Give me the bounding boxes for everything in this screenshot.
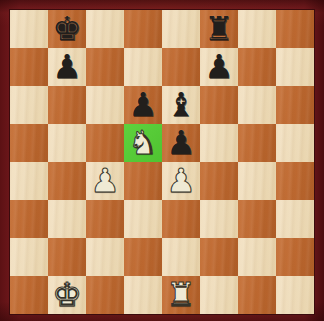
square-b8[interactable]: ♚ xyxy=(48,10,86,48)
square-g3[interactable] xyxy=(238,200,276,238)
black-pawn[interactable]: ♟ xyxy=(52,48,82,86)
square-e2[interactable] xyxy=(162,238,200,276)
black-king[interactable]: ♚ xyxy=(52,10,82,48)
square-g1[interactable] xyxy=(238,276,276,314)
square-h8[interactable] xyxy=(276,10,314,48)
square-a7[interactable] xyxy=(10,48,48,86)
black-rook[interactable]: ♜ xyxy=(204,10,234,48)
square-e5[interactable]: ♟ xyxy=(162,124,200,162)
square-b5[interactable] xyxy=(48,124,86,162)
square-h3[interactable] xyxy=(276,200,314,238)
white-rook[interactable]: ♜ xyxy=(166,276,196,314)
black-pawn[interactable]: ♟ xyxy=(166,124,196,162)
square-b7[interactable]: ♟ xyxy=(48,48,86,86)
square-c3[interactable] xyxy=(86,200,124,238)
square-h6[interactable] xyxy=(276,86,314,124)
square-h5[interactable] xyxy=(276,124,314,162)
square-g4[interactable] xyxy=(238,162,276,200)
square-b4[interactable] xyxy=(48,162,86,200)
square-c5[interactable] xyxy=(86,124,124,162)
black-bishop[interactable]: ♝ xyxy=(166,86,196,124)
square-f1[interactable] xyxy=(200,276,238,314)
square-c4[interactable]: ♟ xyxy=(86,162,124,200)
square-h7[interactable] xyxy=(276,48,314,86)
square-f6[interactable] xyxy=(200,86,238,124)
square-f3[interactable] xyxy=(200,200,238,238)
square-e3[interactable] xyxy=(162,200,200,238)
square-h4[interactable] xyxy=(276,162,314,200)
square-e1[interactable]: ♜ xyxy=(162,276,200,314)
square-d2[interactable] xyxy=(124,238,162,276)
square-d5[interactable]: ♞ xyxy=(124,124,162,162)
square-d6[interactable]: ♟ xyxy=(124,86,162,124)
square-h1[interactable] xyxy=(276,276,314,314)
square-b6[interactable] xyxy=(48,86,86,124)
square-b2[interactable] xyxy=(48,238,86,276)
square-g6[interactable] xyxy=(238,86,276,124)
square-f2[interactable] xyxy=(200,238,238,276)
square-b1[interactable]: ♚ xyxy=(48,276,86,314)
square-a3[interactable] xyxy=(10,200,48,238)
square-d4[interactable] xyxy=(124,162,162,200)
white-pawn[interactable]: ♟ xyxy=(90,162,120,200)
square-e7[interactable] xyxy=(162,48,200,86)
square-f7[interactable]: ♟ xyxy=(200,48,238,86)
black-pawn[interactable]: ♟ xyxy=(204,48,234,86)
chess-board-frame: ♚♜♟♟♟♝♞♟♟♟♚♜ xyxy=(0,0,324,321)
square-a4[interactable] xyxy=(10,162,48,200)
white-knight[interactable]: ♞ xyxy=(128,124,158,162)
square-g2[interactable] xyxy=(238,238,276,276)
square-f5[interactable] xyxy=(200,124,238,162)
square-h2[interactable] xyxy=(276,238,314,276)
square-b3[interactable] xyxy=(48,200,86,238)
square-a8[interactable] xyxy=(10,10,48,48)
square-g7[interactable] xyxy=(238,48,276,86)
square-g5[interactable] xyxy=(238,124,276,162)
square-c6[interactable] xyxy=(86,86,124,124)
square-g8[interactable] xyxy=(238,10,276,48)
square-a6[interactable] xyxy=(10,86,48,124)
square-f8[interactable]: ♜ xyxy=(200,10,238,48)
square-d3[interactable] xyxy=(124,200,162,238)
square-a5[interactable] xyxy=(10,124,48,162)
square-c2[interactable] xyxy=(86,238,124,276)
white-pawn[interactable]: ♟ xyxy=(166,162,196,200)
square-d8[interactable] xyxy=(124,10,162,48)
square-e8[interactable] xyxy=(162,10,200,48)
square-e6[interactable]: ♝ xyxy=(162,86,200,124)
square-c7[interactable] xyxy=(86,48,124,86)
square-a2[interactable] xyxy=(10,238,48,276)
square-c1[interactable] xyxy=(86,276,124,314)
chess-board: ♚♜♟♟♟♝♞♟♟♟♚♜ xyxy=(10,10,314,314)
square-d1[interactable] xyxy=(124,276,162,314)
square-e4[interactable]: ♟ xyxy=(162,162,200,200)
black-pawn[interactable]: ♟ xyxy=(128,86,158,124)
square-c8[interactable] xyxy=(86,10,124,48)
square-d7[interactable] xyxy=(124,48,162,86)
square-f4[interactable] xyxy=(200,162,238,200)
square-a1[interactable] xyxy=(10,276,48,314)
white-king[interactable]: ♚ xyxy=(52,276,82,314)
